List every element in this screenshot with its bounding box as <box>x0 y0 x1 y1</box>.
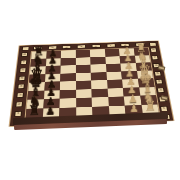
frame-corner-plaque <box>21 47 29 51</box>
coordinate-plaque: 3 <box>16 93 24 98</box>
square[interactable] <box>60 73 76 82</box>
coordinate-plaque: f <box>106 44 116 48</box>
square[interactable] <box>107 88 124 97</box>
coordinate-plaque: d <box>77 45 86 49</box>
white-rook[interactable]: ♜ <box>144 100 157 114</box>
square[interactable] <box>91 88 107 97</box>
square[interactable] <box>76 89 92 98</box>
square[interactable] <box>60 81 76 90</box>
coordinate-plaque: 5 <box>18 76 25 81</box>
coordinate-plaque: 4 <box>17 84 25 89</box>
coordinate-plaque: 1 <box>14 111 22 117</box>
square[interactable] <box>108 96 125 106</box>
square[interactable] <box>91 72 107 81</box>
coordinate-plaque: e <box>91 44 100 48</box>
square[interactable] <box>59 98 75 108</box>
coordinate-plaque: c <box>62 45 71 49</box>
coordinate-plaque: 2 <box>15 102 23 107</box>
coordinate-plaque: 7 <box>20 60 27 65</box>
coordinate-plaque: 4 <box>155 79 163 84</box>
coordinate-plaque: 7 <box>151 55 158 60</box>
coordinate-plaque: 3 <box>157 88 165 93</box>
coordinate-plaque: 5 <box>154 71 162 76</box>
product-photo-scene: abcdefgh abcdefgh 87654321 87654321 ♜♟♟♜… <box>0 0 180 180</box>
square[interactable] <box>107 79 123 88</box>
coordinate-plaque: 8 <box>150 48 157 52</box>
coordinate-plaque: 1 <box>160 106 168 112</box>
black-rook[interactable]: ♜ <box>28 104 41 118</box>
playing-field[interactable]: ♜♟♟♜♞♟♟♞♝♟♟♝♛♟♟♛♚♟♟♚♝♟♟♝♞♟♟♞♜♟♟♜ <box>25 47 161 119</box>
frame-corner-plaque <box>148 42 156 46</box>
square[interactable] <box>105 64 121 72</box>
coordinate-plaque: 8 <box>21 52 28 56</box>
black-pawn[interactable]: ♟ <box>46 106 56 117</box>
square[interactable] <box>106 71 122 80</box>
coordinate-plaque: 6 <box>19 68 26 73</box>
